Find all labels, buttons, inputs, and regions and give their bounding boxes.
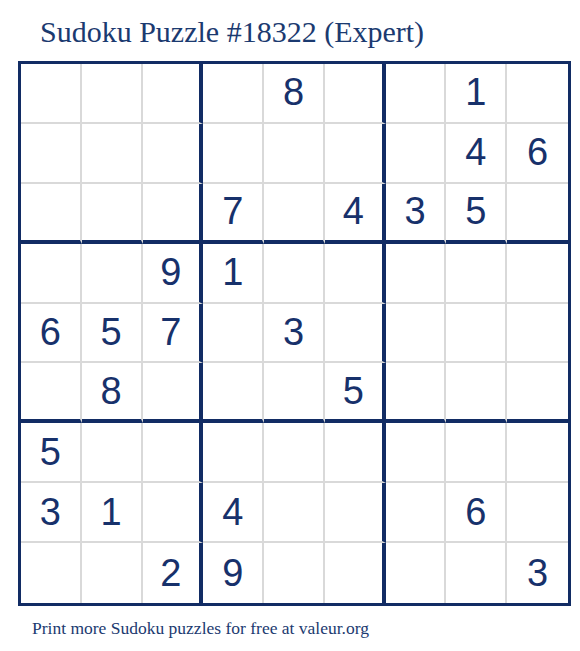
given-digit: 5 [343, 370, 364, 413]
given-digit: 2 [160, 552, 181, 595]
given-digit: 4 [465, 131, 486, 174]
cell-r1c1[interactable] [21, 64, 82, 124]
cell-r7c1[interactable]: 5 [21, 423, 82, 483]
cell-r3c7[interactable]: 3 [386, 184, 447, 244]
cell-r5c3[interactable]: 7 [143, 304, 204, 364]
given-digit: 6 [465, 491, 486, 534]
cell-r1c2[interactable] [82, 64, 143, 124]
cell-r4c4[interactable]: 1 [203, 244, 264, 304]
cell-r4c9[interactable] [507, 244, 568, 304]
cell-r9c1[interactable] [21, 543, 82, 603]
cell-r9c3[interactable]: 2 [143, 543, 204, 603]
given-digit: 8 [283, 71, 304, 114]
given-digit: 7 [160, 311, 181, 354]
cell-r1c9[interactable] [507, 64, 568, 124]
given-digit: 1 [465, 71, 486, 114]
given-digit: 4 [343, 190, 364, 233]
cell-r8c4[interactable]: 4 [203, 483, 264, 543]
cell-r1c3[interactable] [143, 64, 204, 124]
given-digit: 5 [465, 190, 486, 233]
cell-r5c9[interactable] [507, 304, 568, 364]
cell-r8c6[interactable] [325, 483, 386, 543]
given-digit: 6 [527, 131, 548, 174]
sudoku-board: 814674359165738553146293 [18, 61, 571, 606]
cell-r3c6[interactable]: 4 [325, 184, 386, 244]
given-digit: 4 [222, 491, 243, 534]
cell-r8c7[interactable] [386, 483, 447, 543]
cell-r6c8[interactable] [446, 363, 507, 423]
cell-r9c8[interactable] [446, 543, 507, 603]
sudoku-grid: 814674359165738553146293 [21, 64, 568, 603]
cell-r7c9[interactable] [507, 423, 568, 483]
cell-r8c9[interactable] [507, 483, 568, 543]
cell-r6c3[interactable] [143, 363, 204, 423]
cell-r1c6[interactable] [325, 64, 386, 124]
given-digit: 6 [40, 311, 61, 354]
cell-r4c1[interactable] [21, 244, 82, 304]
cell-r3c8[interactable]: 5 [446, 184, 507, 244]
cell-r7c2[interactable] [82, 423, 143, 483]
given-digit: 3 [40, 491, 61, 534]
cell-r6c4[interactable] [203, 363, 264, 423]
given-digit: 8 [101, 370, 122, 413]
given-digit: 9 [222, 552, 243, 595]
cell-r6c2[interactable]: 8 [82, 363, 143, 423]
cell-r5c7[interactable] [386, 304, 447, 364]
cell-r2c4[interactable] [203, 124, 264, 184]
cell-r9c5[interactable] [264, 543, 325, 603]
cell-r5c5[interactable]: 3 [264, 304, 325, 364]
cell-r2c6[interactable] [325, 124, 386, 184]
cell-r4c6[interactable] [325, 244, 386, 304]
cell-r9c6[interactable] [325, 543, 386, 603]
cell-r9c9[interactable]: 3 [507, 543, 568, 603]
page-root: Sudoku Puzzle #18322 (Expert) 8146743591… [0, 0, 580, 651]
cell-r7c7[interactable] [386, 423, 447, 483]
cell-r5c2[interactable]: 5 [82, 304, 143, 364]
given-digit: 5 [101, 311, 122, 354]
cell-r2c9[interactable]: 6 [507, 124, 568, 184]
cell-r9c2[interactable] [82, 543, 143, 603]
cell-r8c8[interactable]: 6 [446, 483, 507, 543]
cell-r5c1[interactable]: 6 [21, 304, 82, 364]
cell-r1c7[interactable] [386, 64, 447, 124]
cell-r7c3[interactable] [143, 423, 204, 483]
cell-r8c5[interactable] [264, 483, 325, 543]
cell-r6c6[interactable]: 5 [325, 363, 386, 423]
cell-r3c3[interactable] [143, 184, 204, 244]
cell-r2c7[interactable] [386, 124, 447, 184]
cell-r6c1[interactable] [21, 363, 82, 423]
cell-r6c7[interactable] [386, 363, 447, 423]
given-digit: 1 [222, 251, 243, 294]
cell-r1c5[interactable]: 8 [264, 64, 325, 124]
cell-r8c1[interactable]: 3 [21, 483, 82, 543]
cell-r3c2[interactable] [82, 184, 143, 244]
given-digit: 3 [527, 552, 548, 595]
cell-r2c3[interactable] [143, 124, 204, 184]
cell-r4c7[interactable] [386, 244, 447, 304]
cell-r5c6[interactable] [325, 304, 386, 364]
cell-r3c9[interactable] [507, 184, 568, 244]
cell-r4c2[interactable] [82, 244, 143, 304]
cell-r3c4[interactable]: 7 [203, 184, 264, 244]
cell-r9c4[interactable]: 9 [203, 543, 264, 603]
cell-r2c2[interactable] [82, 124, 143, 184]
cell-r2c5[interactable] [264, 124, 325, 184]
cell-r5c4[interactable] [203, 304, 264, 364]
cell-r6c9[interactable] [507, 363, 568, 423]
page-title: Sudoku Puzzle #18322 (Expert) [40, 15, 424, 48]
cell-r4c5[interactable] [264, 244, 325, 304]
cell-r1c8[interactable]: 1 [446, 64, 507, 124]
cell-r7c6[interactable] [325, 423, 386, 483]
given-digit: 1 [101, 491, 122, 534]
cell-r7c4[interactable] [203, 423, 264, 483]
cell-r3c1[interactable] [21, 184, 82, 244]
cell-r2c1[interactable] [21, 124, 82, 184]
given-digit: 5 [40, 431, 61, 474]
cell-r8c3[interactable] [143, 483, 204, 543]
footer-text: Print more Sudoku puzzles for free at va… [32, 617, 369, 640]
given-digit: 7 [222, 190, 243, 233]
given-digit: 9 [160, 251, 181, 294]
cell-r2c8[interactable]: 4 [446, 124, 507, 184]
cell-r1c4[interactable] [203, 64, 264, 124]
cell-r7c8[interactable] [446, 423, 507, 483]
cell-r9c7[interactable] [386, 543, 447, 603]
given-digit: 3 [404, 190, 425, 233]
cell-r4c8[interactable] [446, 244, 507, 304]
cell-r6c5[interactable] [264, 363, 325, 423]
cell-r5c8[interactable] [446, 304, 507, 364]
cell-r3c5[interactable] [264, 184, 325, 244]
cell-r4c3[interactable]: 9 [143, 244, 204, 304]
given-digit: 3 [283, 311, 304, 354]
cell-r7c5[interactable] [264, 423, 325, 483]
cell-r8c2[interactable]: 1 [82, 483, 143, 543]
